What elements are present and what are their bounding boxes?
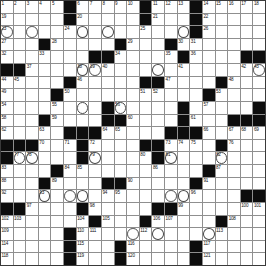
cell-0-0[interactable]: 1 xyxy=(1,1,13,13)
cell-12-18[interactable] xyxy=(228,152,240,164)
cell-1-17[interactable] xyxy=(216,14,228,26)
cell-18-8[interactable] xyxy=(102,228,114,240)
cell-14-4[interactable]: 89 xyxy=(51,178,63,190)
cell-7-13[interactable] xyxy=(165,89,177,101)
cell-15-8[interactable]: 94 xyxy=(102,190,114,202)
cell-7-8[interactable] xyxy=(102,89,114,101)
cell-12-8[interactable] xyxy=(102,152,114,164)
cell-15-4[interactable] xyxy=(51,190,63,202)
cell-1-10[interactable] xyxy=(127,14,139,26)
cell-5-12[interactable] xyxy=(152,64,164,76)
cell-6-9[interactable] xyxy=(115,77,127,89)
cell-16-11[interactable] xyxy=(140,203,152,215)
cell-14-20[interactable] xyxy=(253,178,265,190)
cell-13-8[interactable] xyxy=(102,165,114,177)
cell-1-9[interactable] xyxy=(115,14,127,26)
cell-2-12[interactable] xyxy=(152,26,164,38)
cell-19-6[interactable]: 115 xyxy=(77,241,89,253)
cell-6-10[interactable] xyxy=(127,77,139,89)
cell-16-16[interactable] xyxy=(203,203,215,215)
cell-5-20[interactable]: 43 xyxy=(253,64,265,76)
cell-18-7[interactable]: 111 xyxy=(89,228,101,240)
cell-18-16[interactable] xyxy=(203,228,215,240)
cell-0-7[interactable]: 7 xyxy=(89,1,101,13)
cell-13-10[interactable] xyxy=(127,165,139,177)
cell-18-2[interactable] xyxy=(26,228,38,240)
cell-6-2[interactable] xyxy=(26,77,38,89)
cell-20-19[interactable] xyxy=(241,253,253,265)
cell-18-0[interactable]: 109 xyxy=(1,228,13,240)
cell-3-17[interactable] xyxy=(216,39,228,51)
cell-12-14[interactable] xyxy=(178,152,190,164)
cell-3-0[interactable]: 27 xyxy=(1,39,13,51)
cell-17-3[interactable] xyxy=(39,216,51,228)
cell-6-1[interactable]: 45 xyxy=(14,77,26,89)
cell-1-2[interactable] xyxy=(26,14,38,26)
cell-15-17[interactable] xyxy=(216,190,228,202)
cell-20-13[interactable] xyxy=(165,253,177,265)
cell-0-14[interactable]: 13 xyxy=(178,1,190,13)
cell-1-4[interactable] xyxy=(51,14,63,26)
cell-12-3[interactable] xyxy=(39,152,51,164)
cell-13-6[interactable]: 85 xyxy=(77,165,89,177)
cell-7-20[interactable] xyxy=(253,89,265,101)
cell-8-11[interactable] xyxy=(140,102,152,114)
cell-17-12[interactable]: 106 xyxy=(152,216,164,228)
cell-9-5[interactable] xyxy=(64,115,76,127)
cell-3-19[interactable] xyxy=(241,39,253,51)
cell-17-2[interactable] xyxy=(26,216,38,228)
cell-0-9[interactable]: 9 xyxy=(115,1,127,13)
cell-10-8[interactable]: 64 xyxy=(102,127,114,139)
cell-12-2[interactable]: 78 xyxy=(26,152,38,164)
cell-7-19[interactable] xyxy=(241,89,253,101)
cell-3-2[interactable] xyxy=(26,39,38,51)
cell-14-0[interactable]: 88 xyxy=(1,178,13,190)
cell-18-18[interactable] xyxy=(228,228,240,240)
cell-16-8[interactable] xyxy=(102,203,114,215)
cell-15-6[interactable] xyxy=(77,190,89,202)
cell-11-18[interactable]: 76 xyxy=(228,140,240,152)
cell-6-4[interactable] xyxy=(51,77,63,89)
cell-19-13[interactable] xyxy=(165,241,177,253)
cell-0-12[interactable]: 11 xyxy=(152,1,164,13)
cell-19-17[interactable] xyxy=(216,241,228,253)
cell-18-4[interactable] xyxy=(51,228,63,240)
cell-1-6[interactable]: 20 xyxy=(77,14,89,26)
cell-6-16[interactable] xyxy=(203,77,215,89)
cell-14-13[interactable] xyxy=(165,178,177,190)
cell-7-2[interactable] xyxy=(26,89,38,101)
cell-20-2[interactable] xyxy=(26,253,38,265)
cell-0-2[interactable]: 3 xyxy=(26,1,38,13)
cell-3-14[interactable]: 30 xyxy=(178,39,190,51)
cell-4-11[interactable] xyxy=(140,51,152,63)
cell-8-1[interactable] xyxy=(14,102,26,114)
cell-19-3[interactable] xyxy=(39,241,51,253)
cell-14-18[interactable] xyxy=(228,178,240,190)
cell-6-0[interactable]: 44 xyxy=(1,77,13,89)
cell-13-5[interactable]: 84 xyxy=(64,165,76,177)
cell-0-17[interactable]: 15 xyxy=(216,1,228,13)
cell-17-4[interactable] xyxy=(51,216,63,228)
cell-14-14[interactable] xyxy=(178,178,190,190)
cell-18-3[interactable] xyxy=(39,228,51,240)
cell-18-1[interactable] xyxy=(14,228,26,240)
cell-17-20[interactable] xyxy=(253,216,265,228)
cell-3-4[interactable]: 28 xyxy=(51,39,63,51)
cell-14-11[interactable] xyxy=(140,178,152,190)
cell-12-11[interactable]: 80 xyxy=(140,152,152,164)
cell-7-17[interactable]: 53 xyxy=(216,89,228,101)
cell-20-16[interactable]: 121 xyxy=(203,253,215,265)
cell-11-3[interactable]: 70 xyxy=(39,140,51,152)
cell-8-18[interactable] xyxy=(228,102,240,114)
cell-12-1[interactable]: 77 xyxy=(14,152,26,164)
cell-2-17[interactable] xyxy=(216,26,228,38)
cell-18-15[interactable] xyxy=(190,228,202,240)
cell-13-18[interactable] xyxy=(228,165,240,177)
cell-11-15[interactable]: 75 xyxy=(190,140,202,152)
cell-3-11[interactable] xyxy=(140,39,152,51)
cell-13-2[interactable] xyxy=(26,165,38,177)
cell-15-15[interactable]: 96 xyxy=(190,190,202,202)
cell-15-7[interactable] xyxy=(89,190,101,202)
cell-1-18[interactable] xyxy=(228,14,240,26)
cell-8-10[interactable] xyxy=(127,102,139,114)
cell-2-5[interactable]: 24 xyxy=(64,26,76,38)
cell-20-10[interactable]: 120 xyxy=(127,253,139,265)
cell-16-17[interactable] xyxy=(216,203,228,215)
cell-10-9[interactable]: 65 xyxy=(115,127,127,139)
cell-16-4[interactable] xyxy=(51,203,63,215)
cell-13-17[interactable]: 87 xyxy=(216,165,228,177)
cell-20-7[interactable] xyxy=(89,253,101,265)
cell-17-15[interactable] xyxy=(190,216,202,228)
cell-19-4[interactable] xyxy=(51,241,63,253)
cell-5-7[interactable]: 39 xyxy=(89,64,101,76)
cell-6-7[interactable] xyxy=(89,77,101,89)
cell-12-5[interactable] xyxy=(64,152,76,164)
cell-4-2[interactable] xyxy=(26,51,38,63)
cell-1-19[interactable] xyxy=(241,14,253,26)
cell-5-11[interactable] xyxy=(140,64,152,76)
cell-13-7[interactable] xyxy=(89,165,101,177)
cell-7-10[interactable] xyxy=(127,89,139,101)
cell-4-13[interactable]: 35 xyxy=(165,51,177,63)
cell-13-15[interactable] xyxy=(190,165,202,177)
cell-17-19[interactable] xyxy=(241,216,253,228)
cell-17-6[interactable]: 104 xyxy=(77,216,89,228)
cell-16-19[interactable]: 100 xyxy=(241,203,253,215)
cell-3-16[interactable] xyxy=(203,39,215,51)
cell-5-17[interactable] xyxy=(216,64,228,76)
cell-2-8[interactable] xyxy=(102,26,114,38)
cell-9-4[interactable]: 59 xyxy=(51,115,63,127)
cell-1-8[interactable] xyxy=(102,14,114,26)
cell-20-11[interactable] xyxy=(140,253,152,265)
cell-1-7[interactable] xyxy=(89,14,101,26)
cell-0-4[interactable]: 5 xyxy=(51,1,63,13)
cell-2-18[interactable] xyxy=(228,26,240,38)
cell-7-7[interactable] xyxy=(89,89,101,101)
cell-15-3[interactable]: 93 xyxy=(39,190,51,202)
cell-18-13[interactable] xyxy=(165,228,177,240)
cell-16-20[interactable]: 101 xyxy=(253,203,265,215)
cell-7-9[interactable] xyxy=(115,89,127,101)
cell-4-16[interactable] xyxy=(203,51,215,63)
cell-17-5[interactable] xyxy=(64,216,76,228)
cell-6-15[interactable] xyxy=(190,77,202,89)
cell-7-0[interactable]: 49 xyxy=(1,89,13,101)
cell-6-8[interactable] xyxy=(102,77,114,89)
cell-15-12[interactable] xyxy=(152,190,164,202)
cell-15-18[interactable] xyxy=(228,190,240,202)
cell-15-0[interactable]: 92 xyxy=(1,190,13,202)
cell-20-18[interactable] xyxy=(228,253,240,265)
cell-8-19[interactable] xyxy=(241,102,253,114)
cell-0-20[interactable]: 18 xyxy=(253,1,265,13)
cell-7-14[interactable] xyxy=(178,89,190,101)
cell-13-0[interactable]: 83 xyxy=(1,165,13,177)
cell-13-1[interactable] xyxy=(14,165,26,177)
cell-4-4[interactable] xyxy=(51,51,63,63)
cell-9-13[interactable] xyxy=(165,115,177,127)
cell-9-12[interactable] xyxy=(152,115,164,127)
cell-10-17[interactable] xyxy=(216,127,228,139)
cell-6-18[interactable]: 48 xyxy=(228,77,240,89)
cell-4-10[interactable] xyxy=(127,51,139,63)
cell-2-16[interactable]: 26 xyxy=(203,26,215,38)
cell-7-15[interactable] xyxy=(190,89,202,101)
cell-3-8[interactable] xyxy=(102,39,114,51)
cell-5-5[interactable] xyxy=(64,64,76,76)
cell-19-11[interactable] xyxy=(140,241,152,253)
cell-8-12[interactable] xyxy=(152,102,164,114)
cell-2-10[interactable] xyxy=(127,26,139,38)
cell-11-10[interactable] xyxy=(127,140,139,152)
cell-9-1[interactable] xyxy=(14,115,26,127)
cell-3-18[interactable] xyxy=(228,39,240,51)
cell-19-8[interactable] xyxy=(102,241,114,253)
cell-20-4[interactable] xyxy=(51,253,63,265)
cell-20-12[interactable] xyxy=(152,253,164,265)
cell-10-10[interactable] xyxy=(127,127,139,139)
cell-3-5[interactable] xyxy=(64,39,76,51)
cell-13-14[interactable] xyxy=(178,165,190,177)
cell-12-19[interactable] xyxy=(241,152,253,164)
cell-1-1[interactable] xyxy=(14,14,26,26)
cell-14-19[interactable] xyxy=(241,178,253,190)
cell-10-4[interactable] xyxy=(51,127,63,139)
cell-7-3[interactable] xyxy=(39,89,51,101)
cell-5-6[interactable]: 38 xyxy=(77,64,89,76)
cell-8-6[interactable] xyxy=(77,102,89,114)
cell-13-19[interactable] xyxy=(241,165,253,177)
cell-8-16[interactable]: 57 xyxy=(203,102,215,114)
cell-2-0[interactable]: 23 xyxy=(1,26,13,38)
cell-17-1[interactable]: 103 xyxy=(14,216,26,228)
cell-5-16[interactable] xyxy=(203,64,215,76)
cell-18-11[interactable]: 112 xyxy=(140,228,152,240)
cell-0-8[interactable]: 8 xyxy=(102,1,114,13)
cell-19-18[interactable] xyxy=(228,241,240,253)
cell-12-15[interactable] xyxy=(190,152,202,164)
cell-9-0[interactable]: 58 xyxy=(1,115,13,127)
cell-17-9[interactable] xyxy=(115,216,127,228)
cell-5-18[interactable] xyxy=(228,64,240,76)
cell-5-2[interactable]: 37 xyxy=(26,64,38,76)
cell-20-14[interactable] xyxy=(178,253,190,265)
cell-4-6[interactable] xyxy=(77,51,89,63)
cell-19-20[interactable] xyxy=(253,241,265,253)
cell-0-19[interactable]: 17 xyxy=(241,1,253,13)
cell-10-20[interactable]: 69 xyxy=(253,127,265,139)
cell-13-11[interactable] xyxy=(140,165,152,177)
cell-10-12[interactable] xyxy=(152,127,164,139)
cell-0-6[interactable]: 6 xyxy=(77,1,89,13)
cell-13-9[interactable] xyxy=(115,165,127,177)
cell-20-8[interactable] xyxy=(102,253,114,265)
cell-10-2[interactable] xyxy=(26,127,38,139)
cell-1-20[interactable] xyxy=(253,14,265,26)
cell-8-5[interactable] xyxy=(64,102,76,114)
cell-5-10[interactable] xyxy=(127,64,139,76)
cell-18-14[interactable] xyxy=(178,228,190,240)
cell-3-1[interactable] xyxy=(14,39,26,51)
cell-1-0[interactable]: 19 xyxy=(1,14,13,26)
cell-7-6[interactable] xyxy=(77,89,89,101)
cell-2-4[interactable] xyxy=(51,26,63,38)
cell-2-20[interactable] xyxy=(253,26,265,38)
cell-18-10[interactable] xyxy=(127,228,139,240)
cell-16-10[interactable] xyxy=(127,203,139,215)
cell-0-18[interactable]: 16 xyxy=(228,1,240,13)
cell-5-9[interactable] xyxy=(115,64,127,76)
cell-15-10[interactable] xyxy=(127,190,139,202)
cell-19-2[interactable] xyxy=(26,241,38,253)
cell-3-7[interactable] xyxy=(89,39,101,51)
cell-11-7[interactable]: 72 xyxy=(89,140,101,152)
cell-19-16[interactable]: 117 xyxy=(203,241,215,253)
cell-3-12[interactable] xyxy=(152,39,164,51)
cell-8-3[interactable] xyxy=(39,102,51,114)
cell-9-16[interactable] xyxy=(203,115,215,127)
cell-17-18[interactable]: 108 xyxy=(228,216,240,228)
cell-14-7[interactable] xyxy=(89,178,101,190)
cell-2-13[interactable] xyxy=(165,26,177,38)
cell-6-6[interactable]: 46 xyxy=(77,77,89,89)
cell-16-15[interactable] xyxy=(190,203,202,215)
cell-11-20[interactable] xyxy=(253,140,265,152)
cell-2-1[interactable] xyxy=(14,26,26,38)
cell-16-3[interactable] xyxy=(39,203,51,215)
cell-8-9[interactable]: 56 xyxy=(115,102,127,114)
cell-11-16[interactable] xyxy=(203,140,215,152)
cell-1-3[interactable] xyxy=(39,14,51,26)
cell-5-19[interactable]: 42 xyxy=(241,64,253,76)
cell-5-13[interactable] xyxy=(165,64,177,76)
cell-20-6[interactable]: 119 xyxy=(77,253,89,265)
cell-10-0[interactable]: 62 xyxy=(1,127,13,139)
cell-17-10[interactable] xyxy=(127,216,139,228)
cell-4-12[interactable] xyxy=(152,51,164,63)
cell-17-13[interactable]: 107 xyxy=(165,216,177,228)
cell-20-20[interactable] xyxy=(253,253,265,265)
cell-9-11[interactable] xyxy=(140,115,152,127)
cell-13-12[interactable]: 86 xyxy=(152,165,164,177)
cell-20-0[interactable]: 118 xyxy=(1,253,13,265)
cell-16-18[interactable] xyxy=(228,203,240,215)
cell-19-7[interactable] xyxy=(89,241,101,253)
cell-7-11[interactable]: 51 xyxy=(140,89,152,101)
cell-16-2[interactable]: 97 xyxy=(26,203,38,215)
cell-4-0[interactable]: 32 xyxy=(1,51,13,63)
cell-20-3[interactable] xyxy=(39,253,51,265)
cell-2-7[interactable] xyxy=(89,26,101,38)
cell-10-11[interactable] xyxy=(140,127,152,139)
cell-8-15[interactable] xyxy=(190,102,202,114)
cell-2-19[interactable] xyxy=(241,26,253,38)
cell-15-5[interactable] xyxy=(64,190,76,202)
cell-19-19[interactable] xyxy=(241,241,253,253)
cell-0-10[interactable]: 10 xyxy=(127,1,139,13)
cell-12-4[interactable] xyxy=(51,152,63,164)
cell-3-20[interactable] xyxy=(253,39,265,51)
cell-14-2[interactable] xyxy=(26,178,38,190)
cell-3-6[interactable] xyxy=(77,39,89,51)
cell-10-18[interactable]: 67 xyxy=(228,127,240,139)
cell-18-20[interactable] xyxy=(253,228,265,240)
cell-19-1[interactable] xyxy=(14,241,26,253)
cell-9-10[interactable]: 60 xyxy=(127,115,139,127)
cell-8-4[interactable]: 55 xyxy=(51,102,63,114)
cell-11-13[interactable]: 73 xyxy=(165,140,177,152)
cell-4-3[interactable]: 33 xyxy=(39,51,51,63)
cell-2-14[interactable] xyxy=(178,26,190,38)
cell-10-19[interactable]: 68 xyxy=(241,127,253,139)
cell-8-7[interactable] xyxy=(89,102,101,114)
cell-16-9[interactable] xyxy=(115,203,127,215)
cell-12-10[interactable] xyxy=(127,152,139,164)
cell-3-10[interactable]: 29 xyxy=(127,39,139,51)
cell-17-16[interactable] xyxy=(203,216,215,228)
cell-9-15[interactable]: 61 xyxy=(190,115,202,127)
cell-5-4[interactable] xyxy=(51,64,63,76)
cell-2-2[interactable] xyxy=(26,26,38,38)
cell-11-19[interactable] xyxy=(241,140,253,152)
cell-6-20[interactable] xyxy=(253,77,265,89)
cell-7-12[interactable]: 52 xyxy=(152,89,164,101)
cell-18-17[interactable]: 113 xyxy=(216,228,228,240)
cell-6-14[interactable] xyxy=(178,77,190,89)
cell-5-8[interactable]: 40 xyxy=(102,64,114,76)
cell-19-10[interactable]: 116 xyxy=(127,241,139,253)
cell-14-6[interactable] xyxy=(77,178,89,190)
cell-20-1[interactable] xyxy=(14,253,26,265)
cell-9-7[interactable] xyxy=(89,115,101,127)
cell-2-9[interactable] xyxy=(115,26,127,38)
cell-4-9[interactable]: 34 xyxy=(115,51,127,63)
cell-15-16[interactable] xyxy=(203,190,215,202)
cell-10-16[interactable]: 66 xyxy=(203,127,215,139)
cell-14-17[interactable] xyxy=(216,178,228,190)
cell-5-14[interactable]: 41 xyxy=(178,64,190,76)
cell-11-5[interactable]: 71 xyxy=(64,140,76,152)
cell-18-12[interactable] xyxy=(152,228,164,240)
cell-12-7[interactable]: 79 xyxy=(89,152,101,164)
cell-17-0[interactable]: 102 xyxy=(1,216,13,228)
